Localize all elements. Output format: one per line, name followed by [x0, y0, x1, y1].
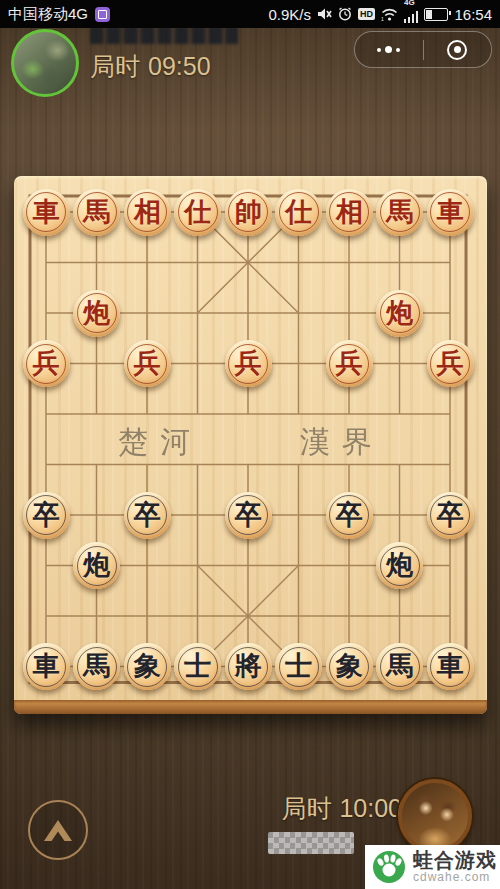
board-point-r7c7[interactable]: 炮 — [375, 541, 426, 592]
board-point-r5c2[interactable] — [122, 440, 173, 491]
red-piece-相[interactable]: 相 — [124, 189, 171, 236]
board-point-r3c6[interactable]: 兵 — [324, 339, 375, 390]
board-point-r3c1[interactable] — [72, 339, 123, 390]
piece-glyph: 馬 — [386, 652, 413, 679]
board-point-r8c3[interactable] — [173, 591, 224, 642]
black-piece-士[interactable]: 士 — [174, 643, 221, 690]
piece-glyph: 象 — [336, 652, 363, 679]
red-piece-帥[interactable]: 帥 — [225, 189, 272, 236]
player-clock: 局时 10:00 — [281, 792, 402, 825]
board-point-r6c1[interactable] — [72, 490, 123, 541]
watermark: 蛙合游戏 cdwahe.com — [365, 845, 500, 889]
board-point-r7c5[interactable] — [274, 541, 325, 592]
piece-glyph: 馬 — [83, 198, 110, 225]
opponent-panel: 局时 09:50 — [0, 28, 500, 108]
piece-glyph: 車 — [437, 198, 464, 225]
red-piece-兵[interactable]: 兵 — [23, 340, 70, 387]
board-point-r5c4[interactable] — [223, 440, 274, 491]
board-point-r6c2[interactable]: 卒 — [122, 490, 173, 541]
black-piece-卒[interactable]: 卒 — [427, 492, 474, 539]
frog-logo-icon — [372, 850, 406, 884]
piece-glyph: 兵 — [33, 349, 60, 376]
board-point-r2c5[interactable] — [274, 288, 325, 339]
red-piece-仕[interactable]: 仕 — [275, 189, 322, 236]
board-point-r7c2[interactable] — [122, 541, 173, 592]
red-piece-車[interactable]: 車 — [427, 189, 474, 236]
board-point-r7c4[interactable] — [223, 541, 274, 592]
black-piece-象[interactable]: 象 — [124, 643, 171, 690]
board-point-r4c7[interactable] — [375, 389, 426, 440]
piece-glyph: 炮 — [83, 299, 110, 326]
board-point-r4c6[interactable] — [324, 389, 375, 440]
board-point-r5c0[interactable] — [21, 440, 72, 491]
record-button[interactable] — [424, 32, 492, 67]
board-point-r4c0[interactable] — [21, 389, 72, 440]
record-circle-icon — [447, 40, 467, 60]
board-point-r5c7[interactable] — [375, 440, 426, 491]
red-piece-兵[interactable]: 兵 — [124, 340, 171, 387]
red-piece-炮[interactable]: 炮 — [376, 290, 423, 337]
piece-glyph: 兵 — [437, 349, 464, 376]
board-point-r8c0[interactable] — [21, 591, 72, 642]
piece-glyph: 仕 — [285, 198, 312, 225]
piece-glyph: 帥 — [235, 198, 262, 225]
board-point-r6c8[interactable]: 卒 — [425, 490, 476, 541]
board-point-r3c8[interactable]: 兵 — [425, 339, 476, 390]
board-point-r4c5[interactable] — [274, 389, 325, 440]
piece-glyph: 車 — [33, 198, 60, 225]
more-button[interactable] — [355, 32, 423, 67]
board-point-r0c4[interactable]: 帥 — [223, 187, 274, 238]
piece-glyph: 卒 — [33, 501, 60, 528]
alarm-icon — [338, 7, 352, 21]
board-point-r9c5[interactable]: 士 — [274, 642, 325, 693]
board-point-r1c8[interactable] — [425, 238, 476, 289]
red-piece-馬[interactable]: 馬 — [376, 189, 423, 236]
board-point-r9c4[interactable]: 將 — [223, 642, 274, 693]
network-speed: 0.9K/s — [268, 6, 311, 23]
player-avatar[interactable] — [398, 779, 472, 853]
board-point-r0c6[interactable]: 相 — [324, 187, 375, 238]
piece-glyph: 兵 — [336, 349, 363, 376]
board-point-r1c3[interactable] — [173, 238, 224, 289]
board-point-r9c8[interactable]: 車 — [425, 642, 476, 693]
red-piece-炮[interactable]: 炮 — [73, 290, 120, 337]
app-notification-icon — [95, 7, 110, 22]
piece-glyph: 卒 — [437, 501, 464, 528]
expand-button[interactable] — [28, 800, 88, 860]
board-point-r9c3[interactable]: 士 — [173, 642, 224, 693]
piece-glyph: 象 — [134, 652, 161, 679]
board-point-r0c1[interactable]: 馬 — [72, 187, 123, 238]
red-piece-仕[interactable]: 仕 — [174, 189, 221, 236]
black-piece-將[interactable]: 將 — [225, 643, 272, 690]
board-point-r3c3[interactable] — [173, 339, 224, 390]
board-point-r9c2[interactable]: 象 — [122, 642, 173, 693]
status-bar: 中国移动4G 0.9K/s HD 1 — [0, 0, 500, 28]
board-point-r3c5[interactable] — [274, 339, 325, 390]
board-point-r0c7[interactable]: 馬 — [375, 187, 426, 238]
piece-glyph: 士 — [285, 652, 312, 679]
board-point-r6c6[interactable]: 卒 — [324, 490, 375, 541]
black-piece-炮[interactable]: 炮 — [376, 542, 423, 589]
board-point-r3c2[interactable]: 兵 — [122, 339, 173, 390]
clock-time: 16:54 — [454, 6, 492, 23]
board-point-r6c3[interactable] — [173, 490, 224, 541]
board-point-r0c2[interactable]: 相 — [122, 187, 173, 238]
board-point-r4c3[interactable] — [173, 389, 224, 440]
miniprogram-capsule — [354, 31, 492, 68]
board-point-r2c4[interactable] — [223, 288, 274, 339]
board-point-r8c7[interactable] — [375, 591, 426, 642]
more-dots-icon — [377, 46, 400, 53]
board-point-r2c2[interactable] — [122, 288, 173, 339]
black-piece-車[interactable]: 車 — [427, 643, 474, 690]
piece-glyph: 卒 — [336, 501, 363, 528]
board-point-r3c0[interactable]: 兵 — [21, 339, 72, 390]
phone-screen: 中国移动4G 0.9K/s HD 1 — [0, 0, 500, 889]
clock-label: 局时 — [281, 792, 331, 825]
piece-glyph: 仕 — [184, 198, 211, 225]
board-point-r9c6[interactable]: 象 — [324, 642, 375, 693]
board-point-r7c6[interactable] — [324, 541, 375, 592]
black-piece-車[interactable]: 車 — [23, 643, 70, 690]
board-point-r0c5[interactable]: 仕 — [274, 187, 325, 238]
piece-glyph: 相 — [336, 198, 363, 225]
piece-glyph: 馬 — [386, 198, 413, 225]
board-point-r6c5[interactable] — [274, 490, 325, 541]
piece-glyph: 車 — [33, 652, 60, 679]
board-point-r8c2[interactable] — [122, 591, 173, 642]
piece-glyph: 士 — [184, 652, 211, 679]
carrier-label: 中国移动4G — [8, 5, 88, 24]
piece-glyph: 兵 — [134, 349, 161, 376]
red-piece-兵[interactable]: 兵 — [427, 340, 474, 387]
red-piece-馬[interactable]: 馬 — [73, 189, 120, 236]
player-name-masked — [268, 832, 354, 854]
board-point-r8c8[interactable] — [425, 591, 476, 642]
board-point-r4c8[interactable] — [425, 389, 476, 440]
watermark-site: cdwahe.com — [413, 871, 497, 884]
board-point-r5c1[interactable] — [72, 440, 123, 491]
board-point-r6c7[interactable] — [375, 490, 426, 541]
board-point-r2c1[interactable]: 炮 — [72, 288, 123, 339]
board-point-r9c1[interactable]: 馬 — [72, 642, 123, 693]
piece-glyph: 炮 — [83, 551, 110, 578]
board-point-r6c0[interactable]: 卒 — [21, 490, 72, 541]
black-piece-象[interactable]: 象 — [326, 643, 373, 690]
black-piece-卒[interactable]: 卒 — [23, 492, 70, 539]
wifi-icon: 1 — [381, 8, 398, 21]
board-point-r1c6[interactable] — [324, 238, 375, 289]
board-point-r5c6[interactable] — [324, 440, 375, 491]
board-point-r7c3[interactable] — [173, 541, 224, 592]
board-point-r1c2[interactable] — [122, 238, 173, 289]
black-piece-卒[interactable]: 卒 — [124, 492, 171, 539]
chevron-up-icon — [41, 817, 75, 843]
board-point-r3c4[interactable]: 兵 — [223, 339, 274, 390]
black-piece-馬[interactable]: 馬 — [376, 643, 423, 690]
watermark-brand: 蛙合游戏 — [413, 850, 497, 871]
hd-icon: HD — [358, 8, 375, 20]
opponent-name-masked — [90, 27, 238, 44]
red-piece-車[interactable]: 車 — [23, 189, 70, 236]
piece-glyph: 兵 — [235, 349, 262, 376]
battery-icon — [424, 8, 448, 21]
board-point-r9c7[interactable]: 馬 — [375, 642, 426, 693]
signal-icon: 4G — [404, 5, 419, 23]
board-point-r8c6[interactable] — [324, 591, 375, 642]
board-point-r1c1[interactable] — [72, 238, 123, 289]
red-piece-兵[interactable]: 兵 — [326, 340, 373, 387]
black-piece-炮[interactable]: 炮 — [73, 542, 120, 589]
piece-glyph: 車 — [437, 652, 464, 679]
board-point-r3c7[interactable] — [375, 339, 426, 390]
xiangqi-board: 楚河 漢界 車馬相仕帥仕相馬車炮炮兵兵兵兵兵卒卒卒卒卒炮炮車馬象士將士象馬車 — [14, 176, 487, 714]
piece-glyph: 炮 — [386, 551, 413, 578]
board-point-r1c4[interactable] — [223, 238, 274, 289]
piece-glyph: 卒 — [134, 501, 161, 528]
board-point-r1c5[interactable] — [274, 238, 325, 289]
piece-glyph: 將 — [235, 652, 262, 679]
red-piece-相[interactable]: 相 — [326, 189, 373, 236]
board-point-r1c7[interactable] — [375, 238, 426, 289]
clock-label: 局时 — [90, 50, 140, 83]
board-point-r2c3[interactable] — [173, 288, 224, 339]
black-piece-馬[interactable]: 馬 — [73, 643, 120, 690]
board-bevel — [14, 700, 487, 714]
piece-glyph: 卒 — [235, 501, 262, 528]
black-piece-卒[interactable]: 卒 — [326, 492, 373, 539]
clock-value: 09:50 — [148, 52, 211, 81]
piece-glyph: 相 — [134, 198, 161, 225]
board-point-r0c3[interactable]: 仕 — [173, 187, 224, 238]
board-point-r4c2[interactable] — [122, 389, 173, 440]
black-piece-士[interactable]: 士 — [275, 643, 322, 690]
board-point-r8c4[interactable] — [223, 591, 274, 642]
board-point-r8c1[interactable] — [72, 591, 123, 642]
black-piece-卒[interactable]: 卒 — [225, 492, 272, 539]
board-point-r0c0[interactable]: 車 — [21, 187, 72, 238]
board-point-r7c1[interactable]: 炮 — [72, 541, 123, 592]
board-grid: 車馬相仕帥仕相馬車炮炮兵兵兵兵兵卒卒卒卒卒炮炮車馬象士將士象馬車 — [21, 187, 476, 692]
board-point-r1c0[interactable] — [21, 238, 72, 289]
board-point-r2c7[interactable]: 炮 — [375, 288, 426, 339]
board-point-r2c8[interactable] — [425, 288, 476, 339]
board-point-r4c1[interactable] — [72, 389, 123, 440]
board-point-r2c6[interactable] — [324, 288, 375, 339]
board-point-r4c4[interactable] — [223, 389, 274, 440]
board-point-r7c0[interactable] — [21, 541, 72, 592]
board-point-r5c8[interactable] — [425, 440, 476, 491]
opponent-avatar[interactable] — [11, 29, 79, 97]
clock-value: 10:00 — [339, 794, 402, 823]
board-point-r6c4[interactable]: 卒 — [223, 490, 274, 541]
board-point-r5c5[interactable] — [274, 440, 325, 491]
board-point-r9c0[interactable]: 車 — [21, 642, 72, 693]
piece-glyph: 馬 — [83, 652, 110, 679]
mute-icon — [317, 7, 332, 21]
board-point-r5c3[interactable] — [173, 440, 224, 491]
board-point-r8c5[interactable] — [274, 591, 325, 642]
board-point-r2c0[interactable] — [21, 288, 72, 339]
red-piece-兵[interactable]: 兵 — [225, 340, 272, 387]
board-point-r0c8[interactable]: 車 — [425, 187, 476, 238]
piece-glyph: 炮 — [386, 299, 413, 326]
svg-text:1: 1 — [381, 16, 384, 21]
opponent-clock: 局时 09:50 — [90, 50, 211, 83]
board-point-r7c8[interactable] — [425, 541, 476, 592]
